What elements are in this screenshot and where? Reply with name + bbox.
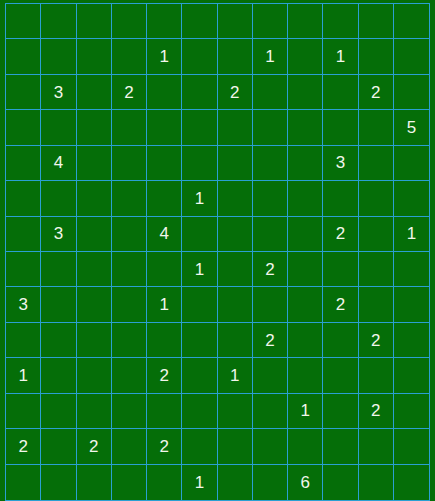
grid-cell-empty-r3c8[interactable] [253,75,288,110]
grid-cell-empty-r4c11[interactable] [359,110,394,145]
grid-cell-empty-r1c8[interactable] [253,4,288,39]
grid-cell-empty-r3c10[interactable] [323,75,358,110]
grid-cell-clue-r7c5[interactable]: 4 [147,217,182,252]
grid-cell-empty-r10c4[interactable] [112,323,147,358]
grid-cell-empty-r10c5[interactable] [147,323,182,358]
grid-cell-empty-r3c12[interactable] [394,75,429,110]
grid-cell-empty-r10c1[interactable] [6,323,41,358]
grid-cell-empty-r10c7[interactable] [218,323,253,358]
grid-cell-empty-r13c12[interactable] [394,429,429,464]
grid-cell-empty-r14c5[interactable] [147,465,182,500]
grid-cell-empty-r2c1[interactable] [6,39,41,74]
grid-cell-clue-r14c6[interactable]: 1 [182,465,217,500]
grid-cell-clue-r4c12[interactable]: 5 [394,110,429,145]
grid-cell-empty-r8c4[interactable] [112,252,147,287]
grid-cell-empty-r8c10[interactable] [323,252,358,287]
grid-cell-clue-r8c8[interactable]: 2 [253,252,288,287]
grid-cell-clue-r9c1[interactable]: 3 [6,287,41,322]
grid-cell-empty-r12c4[interactable] [112,394,147,429]
grid-cell-empty-r1c6[interactable] [182,4,217,39]
grid-cell-empty-r5c3[interactable] [77,146,112,181]
grid-cell-empty-r13c7[interactable] [218,429,253,464]
grid-cell-empty-r1c12[interactable] [394,4,429,39]
grid-cell-empty-r5c12[interactable] [394,146,429,181]
grid-cell-empty-r6c3[interactable] [77,181,112,216]
grid-cell-empty-r1c5[interactable] [147,4,182,39]
grid-cell-empty-r7c3[interactable] [77,217,112,252]
grid-cell-empty-r9c6[interactable] [182,287,217,322]
grid-cell-empty-r2c2[interactable] [41,39,76,74]
grid-cell-empty-r13c4[interactable] [112,429,147,464]
grid-cell-empty-r4c1[interactable] [6,110,41,145]
grid-cell-clue-r12c11[interactable]: 2 [359,394,394,429]
grid-cell-empty-r3c1[interactable] [6,75,41,110]
grid-cell-empty-r3c5[interactable] [147,75,182,110]
grid-cell-empty-r13c9[interactable] [288,429,323,464]
grid-cell-empty-r8c2[interactable] [41,252,76,287]
grid-cell-empty-r7c4[interactable] [112,217,147,252]
grid-cell-empty-r5c9[interactable] [288,146,323,181]
grid-cell-empty-r1c1[interactable] [6,4,41,39]
grid-cell-clue-r13c5[interactable]: 2 [147,429,182,464]
grid-cell-empty-r11c11[interactable] [359,358,394,393]
grid-cell-clue-r10c8[interactable]: 2 [253,323,288,358]
grid-cell-empty-r14c3[interactable] [77,465,112,500]
grid-cell-empty-r6c4[interactable] [112,181,147,216]
grid-cell-empty-r1c9[interactable] [288,4,323,39]
grid-cell-empty-r4c2[interactable] [41,110,76,145]
grid-cell-empty-r3c6[interactable] [182,75,217,110]
grid-cell-clue-r2c10[interactable]: 1 [323,39,358,74]
grid-cell-clue-r11c7[interactable]: 1 [218,358,253,393]
grid-cell-empty-r6c2[interactable] [41,181,76,216]
grid-cell-empty-r11c10[interactable] [323,358,358,393]
grid-cell-clue-r13c3[interactable]: 2 [77,429,112,464]
grid-cell-empty-r14c11[interactable] [359,465,394,500]
grid-cell-clue-r3c4[interactable]: 2 [112,75,147,110]
grid-cell-empty-r4c6[interactable] [182,110,217,145]
grid-cell-empty-r14c10[interactable] [323,465,358,500]
grid-cell-empty-r6c11[interactable] [359,181,394,216]
grid-cell-empty-r8c5[interactable] [147,252,182,287]
grid-cell-empty-r6c8[interactable] [253,181,288,216]
grid-cell-empty-r5c5[interactable] [147,146,182,181]
grid-cell-empty-r1c3[interactable] [77,4,112,39]
grid-cell-empty-r2c4[interactable] [112,39,147,74]
grid-cell-clue-r5c2[interactable]: 4 [41,146,76,181]
grid-cell-empty-r2c9[interactable] [288,39,323,74]
grid-cell-clue-r10c11[interactable]: 2 [359,323,394,358]
grid-cell-empty-r11c2[interactable] [41,358,76,393]
grid-cell-clue-r3c2[interactable]: 3 [41,75,76,110]
grid-cell-empty-r13c11[interactable] [359,429,394,464]
grid-cell-empty-r6c10[interactable] [323,181,358,216]
grid-cell-empty-r10c12[interactable] [394,323,429,358]
grid-cell-empty-r14c1[interactable] [6,465,41,500]
grid-cell-empty-r11c3[interactable] [77,358,112,393]
grid-cell-clue-r9c10[interactable]: 2 [323,287,358,322]
grid-cell-empty-r13c10[interactable] [323,429,358,464]
grid-cell-empty-r7c9[interactable] [288,217,323,252]
grid-cell-empty-r4c9[interactable] [288,110,323,145]
grid-cell-empty-r11c9[interactable] [288,358,323,393]
grid-cell-empty-r1c2[interactable] [41,4,76,39]
grid-cell-empty-r14c2[interactable] [41,465,76,500]
grid-cell-empty-r6c9[interactable] [288,181,323,216]
grid-cell-empty-r7c11[interactable] [359,217,394,252]
grid-cell-clue-r12c9[interactable]: 1 [288,394,323,429]
grid-cell-clue-r7c10[interactable]: 2 [323,217,358,252]
grid-cell-empty-r1c11[interactable] [359,4,394,39]
grid-cell-empty-r2c6[interactable] [182,39,217,74]
grid-cell-empty-r1c4[interactable] [112,4,147,39]
grid-cell-empty-r13c2[interactable] [41,429,76,464]
grid-cell-empty-r9c4[interactable] [112,287,147,322]
grid-cell-empty-r1c10[interactable] [323,4,358,39]
grid-cell-empty-r11c12[interactable] [394,358,429,393]
grid-cell-empty-r10c3[interactable] [77,323,112,358]
grid-cell-empty-r14c12[interactable] [394,465,429,500]
grid-cell-empty-r9c9[interactable] [288,287,323,322]
grid-cell-clue-r6c6[interactable]: 1 [182,181,217,216]
grid-cell-empty-r4c3[interactable] [77,110,112,145]
grid-cell-empty-r12c5[interactable] [147,394,182,429]
grid-cell-empty-r8c9[interactable] [288,252,323,287]
grid-cell-clue-r13c1[interactable]: 2 [6,429,41,464]
grid-cell-empty-r14c7[interactable] [218,465,253,500]
grid-cell-empty-r9c11[interactable] [359,287,394,322]
grid-cell-empty-r12c3[interactable] [77,394,112,429]
grid-cell-empty-r13c6[interactable] [182,429,217,464]
grid-cell-empty-r1c7[interactable] [218,4,253,39]
grid-cell-empty-r10c9[interactable] [288,323,323,358]
grid-cell-empty-r14c8[interactable] [253,465,288,500]
grid-cell-empty-r2c3[interactable] [77,39,112,74]
grid-cell-empty-r7c7[interactable] [218,217,253,252]
grid-cell-clue-r8c6[interactable]: 1 [182,252,217,287]
grid-cell-empty-r7c1[interactable] [6,217,41,252]
grid-cell-clue-r2c8[interactable]: 1 [253,39,288,74]
grid-cell-empty-r11c8[interactable] [253,358,288,393]
grid-cell-empty-r10c6[interactable] [182,323,217,358]
grid-cell-empty-r11c4[interactable] [112,358,147,393]
grid-cell-empty-r11c6[interactable] [182,358,217,393]
grid-cell-empty-r3c9[interactable] [288,75,323,110]
grid-cell-clue-r2c5[interactable]: 1 [147,39,182,74]
grid-cell-empty-r5c8[interactable] [253,146,288,181]
grid-cell-empty-r2c11[interactable] [359,39,394,74]
grid-cell-clue-r11c5[interactable]: 2 [147,358,182,393]
puzzle-stage: 11132225431342112312221211222216 [0,0,435,501]
grid-cell-empty-r5c7[interactable] [218,146,253,181]
grid-cell-empty-r9c3[interactable] [77,287,112,322]
grid-cell-empty-r7c8[interactable] [253,217,288,252]
grid-cell-empty-r6c7[interactable] [218,181,253,216]
grid-cell-empty-r4c5[interactable] [147,110,182,145]
grid-cell-clue-r11c1[interactable]: 1 [6,358,41,393]
grid-cell-empty-r9c8[interactable] [253,287,288,322]
grid-cell-empty-r8c12[interactable] [394,252,429,287]
grid-cell-empty-r4c8[interactable] [253,110,288,145]
grid-cell-empty-r5c6[interactable] [182,146,217,181]
grid-cell-empty-r6c5[interactable] [147,181,182,216]
grid-cell-clue-r9c5[interactable]: 1 [147,287,182,322]
grid-cell-empty-r12c8[interactable] [253,394,288,429]
grid-cell-empty-r12c2[interactable] [41,394,76,429]
grid-cell-empty-r14c4[interactable] [112,465,147,500]
grid-cell-empty-r9c7[interactable] [218,287,253,322]
grid-cell-empty-r12c1[interactable] [6,394,41,429]
grid-cell-empty-r2c12[interactable] [394,39,429,74]
grid-cell-empty-r9c2[interactable] [41,287,76,322]
grid-cell-empty-r2c7[interactable] [218,39,253,74]
grid-cell-clue-r3c11[interactable]: 2 [359,75,394,110]
puzzle-board: 11132225431342112312221211222216 [5,3,430,501]
grid-cell-empty-r10c2[interactable] [41,323,76,358]
grid-cell-empty-r4c10[interactable] [323,110,358,145]
grid-cell-empty-r7c6[interactable] [182,217,217,252]
grid-cell-empty-r8c7[interactable] [218,252,253,287]
grid-cell-clue-r7c2[interactable]: 3 [41,217,76,252]
grid-cell-empty-r13c8[interactable] [253,429,288,464]
grid-cell-empty-r5c4[interactable] [112,146,147,181]
grid-cell-empty-r8c11[interactable] [359,252,394,287]
grid-cell-clue-r14c9[interactable]: 6 [288,465,323,500]
grid-cell-empty-r10c10[interactable] [323,323,358,358]
grid-cell-clue-r7c12[interactable]: 1 [394,217,429,252]
grid-cell-empty-r8c3[interactable] [77,252,112,287]
grid-cell-empty-r6c1[interactable] [6,181,41,216]
grid-cell-empty-r12c7[interactable] [218,394,253,429]
grid-cell-empty-r12c10[interactable] [323,394,358,429]
grid-cell-empty-r8c1[interactable] [6,252,41,287]
grid-cell-empty-r5c1[interactable] [6,146,41,181]
grid-cell-empty-r4c4[interactable] [112,110,147,145]
grid-cell-clue-r5c10[interactable]: 3 [323,146,358,181]
grid-cell-empty-r12c6[interactable] [182,394,217,429]
grid-cell-empty-r12c12[interactable] [394,394,429,429]
grid-cell-empty-r3c3[interactable] [77,75,112,110]
grid-cell-empty-r9c12[interactable] [394,287,429,322]
grid-cell-empty-r5c11[interactable] [359,146,394,181]
grid-cell-empty-r6c12[interactable] [394,181,429,216]
grid-cell-clue-r3c7[interactable]: 2 [218,75,253,110]
grid-cell-empty-r4c7[interactable] [218,110,253,145]
